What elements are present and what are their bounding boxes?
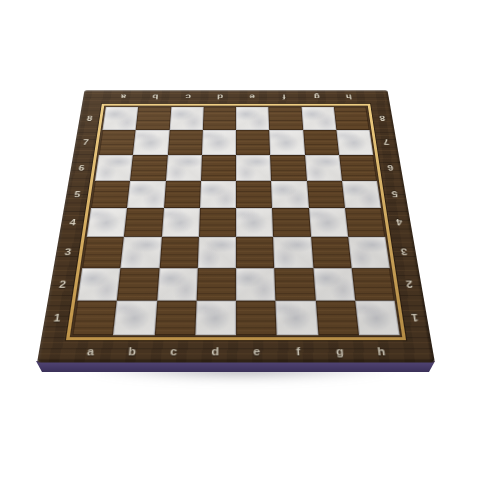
square-b3[interactable] [121,237,162,268]
rank-label-6: 6 [378,155,403,181]
square-f6[interactable] [270,155,306,181]
chess-board: abcdefgh abcdefgh 87654321 87654321 [37,90,435,362]
square-b1[interactable] [113,300,156,335]
rank-label-4: 4 [386,208,413,237]
rank-label-7: 7 [374,130,399,155]
square-a5[interactable] [91,181,130,208]
file-label-a: a [68,340,112,362]
square-f8[interactable] [269,107,303,130]
file-label-b: b [110,340,154,362]
file-label-d: d [204,90,236,103]
file-label-h: h [359,340,403,362]
square-g8[interactable] [301,107,336,130]
square-e3[interactable] [236,237,274,268]
square-f2[interactable] [274,268,315,301]
square-e5[interactable] [236,181,272,208]
square-c4[interactable] [161,208,199,237]
square-d7[interactable] [202,130,236,155]
square-h7[interactable] [336,130,373,155]
square-c8[interactable] [169,107,203,130]
square-c3[interactable] [159,237,199,268]
square-g7[interactable] [303,130,339,155]
square-a4[interactable] [87,208,128,237]
square-b2[interactable] [117,268,159,301]
file-label-g: g [318,340,362,362]
square-b6[interactable] [130,155,167,181]
square-d4[interactable] [199,208,236,237]
square-d1[interactable] [195,300,236,335]
square-d8[interactable] [203,107,236,130]
square-f3[interactable] [273,237,313,268]
rank-label-5: 5 [382,181,408,208]
square-h8[interactable] [334,107,370,130]
rank-label-3: 3 [390,237,418,268]
square-h4[interactable] [345,208,386,237]
square-e4[interactable] [236,208,273,237]
square-g3[interactable] [311,237,352,268]
file-label-e: e [236,340,278,362]
square-e6[interactable] [236,155,271,181]
file-label-f: f [268,90,301,103]
square-g1[interactable] [315,300,358,335]
square-c6[interactable] [166,155,202,181]
square-g6[interactable] [305,155,342,181]
square-h2[interactable] [351,268,394,301]
file-label-e: e [236,90,268,103]
square-g5[interactable] [306,181,344,208]
square-b8[interactable] [136,107,171,130]
square-d6[interactable] [201,155,236,181]
playing-field [66,104,406,340]
square-b7[interactable] [133,130,169,155]
square-h6[interactable] [339,155,377,181]
square-e7[interactable] [236,130,270,155]
file-label-d: d [194,340,236,362]
square-h3[interactable] [348,237,390,268]
square-c5[interactable] [164,181,201,208]
square-a6[interactable] [95,155,133,181]
square-f4[interactable] [272,208,310,237]
file-label-c: c [171,90,204,103]
square-e8[interactable] [236,107,269,130]
square-b4[interactable] [124,208,163,237]
file-label-c: c [152,340,195,362]
file-labels-bottom: abcdefgh [68,340,403,362]
square-f7[interactable] [269,130,304,155]
square-a2[interactable] [77,268,120,301]
square-g4[interactable] [309,208,348,237]
square-a7[interactable] [99,130,136,155]
square-a1[interactable] [72,300,117,335]
square-c7[interactable] [167,130,202,155]
square-f1[interactable] [276,300,318,335]
board-front-edge [32,361,438,372]
square-g2[interactable] [313,268,355,301]
square-e1[interactable] [236,300,277,335]
file-label-f: f [277,340,320,362]
square-a3[interactable] [82,237,124,268]
square-d2[interactable] [196,268,236,301]
square-b5[interactable] [127,181,165,208]
square-f5[interactable] [271,181,308,208]
square-d5[interactable] [200,181,236,208]
product-photo-scene: abcdefgh abcdefgh 87654321 87654321 [0,0,480,478]
squares-grid [72,107,399,335]
square-c2[interactable] [157,268,198,301]
file-label-g: g [300,90,333,103]
square-d3[interactable] [198,237,236,268]
rank-label-8: 8 [371,107,395,130]
file-label-a: a [106,90,140,103]
square-e2[interactable] [236,268,276,301]
square-h1[interactable] [355,300,400,335]
file-label-b: b [139,90,172,103]
file-labels-top: abcdefgh [106,90,365,103]
file-label-h: h [332,90,366,103]
square-c1[interactable] [154,300,196,335]
square-a8[interactable] [102,107,138,130]
square-h5[interactable] [342,181,381,208]
